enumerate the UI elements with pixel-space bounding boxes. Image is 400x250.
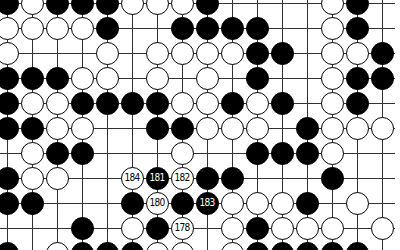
black-stone bbox=[271, 242, 294, 250]
white-stone bbox=[246, 92, 269, 115]
go-diagram: 184181182180183178 bbox=[0, 0, 400, 250]
board-point[interactable] bbox=[145, 66, 170, 91]
board-point[interactable] bbox=[0, 0, 20, 16]
board-point[interactable] bbox=[120, 216, 145, 241]
board-point[interactable] bbox=[145, 141, 170, 166]
board-point[interactable] bbox=[70, 216, 95, 241]
move-number-label: 180 bbox=[149, 198, 164, 208]
black-stone bbox=[71, 242, 94, 250]
white-stone bbox=[196, 92, 219, 115]
board-point[interactable] bbox=[170, 41, 195, 66]
board-point[interactable] bbox=[220, 141, 245, 166]
board-point[interactable] bbox=[95, 216, 120, 241]
board-point[interactable] bbox=[195, 141, 220, 166]
board-point[interactable] bbox=[320, 141, 345, 166]
black-stone bbox=[0, 167, 19, 190]
black-stone bbox=[46, 0, 69, 15]
white-stone bbox=[271, 217, 294, 240]
board-point[interactable] bbox=[320, 191, 345, 216]
board-point[interactable] bbox=[195, 16, 220, 41]
board-point[interactable] bbox=[120, 141, 145, 166]
board-point[interactable] bbox=[370, 216, 395, 241]
black-stone bbox=[146, 92, 169, 115]
board-point[interactable] bbox=[70, 66, 95, 91]
board-point[interactable] bbox=[220, 116, 245, 141]
white-stone: 184 bbox=[121, 167, 144, 190]
board-point[interactable] bbox=[270, 241, 295, 250]
board-point[interactable] bbox=[270, 41, 295, 66]
board-point[interactable] bbox=[245, 16, 270, 41]
board-point[interactable] bbox=[295, 0, 320, 16]
black-stone bbox=[221, 92, 244, 115]
board-point[interactable]: 181 bbox=[145, 166, 170, 191]
board-point[interactable] bbox=[0, 191, 20, 216]
white-stone bbox=[71, 17, 94, 40]
board-point[interactable] bbox=[295, 116, 320, 141]
board-point[interactable] bbox=[120, 91, 145, 116]
board-point[interactable] bbox=[45, 16, 70, 41]
board-point[interactable] bbox=[370, 141, 395, 166]
board-point[interactable] bbox=[320, 91, 345, 116]
white-stone bbox=[71, 117, 94, 140]
white-stone bbox=[221, 42, 244, 65]
board-point[interactable] bbox=[295, 66, 320, 91]
board-point[interactable] bbox=[120, 16, 145, 41]
black-stone bbox=[321, 242, 344, 250]
black-stone bbox=[246, 67, 269, 90]
white-stone bbox=[246, 117, 269, 140]
white-stone bbox=[271, 192, 294, 215]
board-point[interactable] bbox=[45, 241, 70, 250]
board-point[interactable] bbox=[145, 91, 170, 116]
black-stone bbox=[246, 17, 269, 40]
white-stone bbox=[171, 142, 194, 165]
black-stone bbox=[346, 0, 369, 15]
board-point[interactable] bbox=[20, 66, 45, 91]
board-point[interactable]: 183 bbox=[195, 191, 220, 216]
board-point[interactable] bbox=[370, 91, 395, 116]
board-point[interactable] bbox=[270, 0, 295, 16]
board-point[interactable] bbox=[0, 216, 20, 241]
board-point[interactable] bbox=[195, 216, 220, 241]
move-number-label: 181 bbox=[149, 173, 164, 183]
board-point[interactable] bbox=[345, 16, 370, 41]
board-point[interactable] bbox=[95, 0, 120, 16]
board-point[interactable] bbox=[145, 116, 170, 141]
board-point[interactable] bbox=[370, 41, 395, 66]
board-point[interactable] bbox=[20, 116, 45, 141]
white-stone: 178 bbox=[171, 217, 194, 240]
board-point[interactable] bbox=[320, 41, 345, 66]
black-stone bbox=[46, 67, 69, 90]
board-point[interactable] bbox=[320, 66, 345, 91]
black-stone bbox=[246, 142, 269, 165]
board-point[interactable] bbox=[70, 241, 95, 250]
board-point[interactable] bbox=[345, 241, 370, 250]
black-stone bbox=[71, 92, 94, 115]
board-point[interactable] bbox=[270, 141, 295, 166]
black-stone bbox=[296, 142, 319, 165]
black-stone bbox=[121, 242, 144, 250]
black-stone bbox=[121, 92, 144, 115]
board-point[interactable] bbox=[220, 191, 245, 216]
board-point[interactable] bbox=[245, 116, 270, 141]
board-point[interactable] bbox=[195, 91, 220, 116]
board-point[interactable] bbox=[70, 91, 95, 116]
board-point[interactable] bbox=[345, 41, 370, 66]
board-point[interactable] bbox=[20, 41, 45, 66]
black-stone bbox=[271, 42, 294, 65]
white-stone bbox=[321, 117, 344, 140]
white-stone bbox=[371, 217, 394, 240]
white-stone bbox=[346, 117, 369, 140]
board-point[interactable] bbox=[295, 141, 320, 166]
white-stone bbox=[171, 242, 194, 250]
black-stone bbox=[296, 192, 319, 215]
board-point[interactable] bbox=[295, 241, 320, 250]
white-stone bbox=[121, 0, 144, 15]
black-stone bbox=[271, 142, 294, 165]
board-point[interactable] bbox=[270, 16, 295, 41]
white-stone bbox=[171, 92, 194, 115]
white-stone bbox=[21, 167, 44, 190]
board-point[interactable]: 178 bbox=[170, 216, 195, 241]
go-board: 184181182180183178 bbox=[0, 0, 395, 250]
board-point[interactable] bbox=[195, 0, 220, 16]
board-point[interactable] bbox=[245, 141, 270, 166]
board-point[interactable] bbox=[20, 91, 45, 116]
black-stone bbox=[196, 167, 219, 190]
board-point[interactable] bbox=[195, 241, 220, 250]
board-point[interactable] bbox=[170, 16, 195, 41]
board-point[interactable]: 182 bbox=[170, 166, 195, 191]
black-stone bbox=[246, 217, 269, 240]
board-point[interactable] bbox=[320, 166, 345, 191]
white-stone: 180 bbox=[146, 192, 169, 215]
move-number-label: 184 bbox=[124, 173, 139, 183]
white-stone: 182 bbox=[171, 167, 194, 190]
board-point[interactable] bbox=[45, 166, 70, 191]
board-point[interactable] bbox=[20, 0, 45, 16]
board-point[interactable] bbox=[70, 0, 95, 16]
black-stone bbox=[21, 192, 44, 215]
board-point[interactable] bbox=[20, 141, 45, 166]
black-stone bbox=[0, 0, 19, 15]
board-point[interactable] bbox=[20, 16, 45, 41]
board-point[interactable] bbox=[170, 141, 195, 166]
black-stone bbox=[0, 92, 19, 115]
board-point[interactable] bbox=[370, 116, 395, 141]
black-stone bbox=[196, 0, 219, 15]
white-stone bbox=[146, 242, 169, 250]
move-number-label: 183 bbox=[199, 198, 214, 208]
board-point[interactable] bbox=[120, 41, 145, 66]
board-point[interactable] bbox=[0, 66, 20, 91]
white-stone bbox=[146, 67, 169, 90]
black-stone bbox=[0, 117, 19, 140]
black-stone bbox=[171, 192, 194, 215]
board-point[interactable] bbox=[195, 166, 220, 191]
board-point[interactable] bbox=[95, 191, 120, 216]
board-point[interactable] bbox=[295, 191, 320, 216]
white-stone bbox=[21, 0, 44, 15]
black-stone bbox=[246, 242, 269, 250]
board-point[interactable] bbox=[295, 216, 320, 241]
board-point[interactable] bbox=[270, 91, 295, 116]
board-point[interactable] bbox=[20, 216, 45, 241]
board-point[interactable] bbox=[270, 116, 295, 141]
board-point[interactable] bbox=[220, 66, 245, 91]
board-point[interactable] bbox=[0, 241, 20, 250]
board-point[interactable] bbox=[0, 91, 20, 116]
board-point[interactable] bbox=[345, 191, 370, 216]
board-point[interactable] bbox=[70, 116, 95, 141]
black-stone bbox=[371, 42, 394, 65]
board-point[interactable] bbox=[95, 141, 120, 166]
board-point[interactable] bbox=[170, 191, 195, 216]
board-point[interactable] bbox=[245, 0, 270, 16]
black-stone bbox=[346, 242, 369, 250]
board-point[interactable] bbox=[220, 241, 245, 250]
board-point[interactable] bbox=[120, 116, 145, 141]
board-point[interactable] bbox=[345, 116, 370, 141]
board-point[interactable] bbox=[45, 191, 70, 216]
black-stone bbox=[96, 17, 119, 40]
board-point[interactable]: 180 bbox=[145, 191, 170, 216]
black-stone bbox=[71, 142, 94, 165]
white-stone bbox=[346, 42, 369, 65]
black-stone bbox=[71, 0, 94, 15]
move-number-label: 178 bbox=[174, 223, 189, 233]
board-point[interactable] bbox=[245, 216, 270, 241]
board-point[interactable] bbox=[0, 16, 20, 41]
white-stone bbox=[146, 42, 169, 65]
board-point[interactable] bbox=[320, 116, 345, 141]
board-point[interactable] bbox=[95, 41, 120, 66]
board-point[interactable] bbox=[45, 116, 70, 141]
white-stone bbox=[96, 67, 119, 90]
board-point[interactable] bbox=[345, 141, 370, 166]
board-point[interactable] bbox=[145, 41, 170, 66]
board-point[interactable] bbox=[270, 191, 295, 216]
white-stone bbox=[321, 42, 344, 65]
board-point[interactable] bbox=[220, 41, 245, 66]
black-stone bbox=[321, 167, 344, 190]
board-point[interactable] bbox=[245, 191, 270, 216]
board-point[interactable] bbox=[220, 16, 245, 41]
board-point[interactable]: 184 bbox=[120, 166, 145, 191]
black-stone bbox=[96, 0, 119, 15]
board-point[interactable] bbox=[145, 216, 170, 241]
white-stone bbox=[146, 0, 169, 15]
board-point[interactable] bbox=[295, 16, 320, 41]
white-stone bbox=[46, 17, 69, 40]
black-stone bbox=[171, 17, 194, 40]
board-point[interactable] bbox=[170, 116, 195, 141]
black-stone bbox=[46, 142, 69, 165]
board-point[interactable] bbox=[45, 91, 70, 116]
white-stone bbox=[371, 117, 394, 140]
board-point[interactable] bbox=[95, 16, 120, 41]
black-stone bbox=[346, 17, 369, 40]
board-point[interactable] bbox=[95, 241, 120, 250]
board-point[interactable] bbox=[20, 166, 45, 191]
black-stone bbox=[0, 67, 19, 90]
board-point[interactable] bbox=[145, 0, 170, 16]
black-stone bbox=[96, 242, 119, 250]
board-point[interactable] bbox=[45, 41, 70, 66]
black-stone bbox=[346, 67, 369, 90]
black-stone bbox=[296, 117, 319, 140]
board-point[interactable] bbox=[345, 0, 370, 16]
black-stone bbox=[21, 67, 44, 90]
black-stone bbox=[146, 217, 169, 240]
board-point[interactable] bbox=[220, 0, 245, 16]
board-point[interactable] bbox=[320, 0, 345, 16]
black-stone bbox=[371, 67, 394, 90]
white-stone bbox=[96, 42, 119, 65]
board-point[interactable] bbox=[120, 0, 145, 16]
board-point[interactable] bbox=[270, 66, 295, 91]
white-stone bbox=[321, 217, 344, 240]
white-stone bbox=[321, 92, 344, 115]
board-point[interactable] bbox=[370, 66, 395, 91]
board-point[interactable] bbox=[245, 91, 270, 116]
board-point[interactable] bbox=[70, 41, 95, 66]
white-stone bbox=[171, 0, 194, 15]
board-point[interactable] bbox=[0, 41, 20, 66]
board-point[interactable] bbox=[70, 166, 95, 191]
board-point[interactable] bbox=[70, 191, 95, 216]
board-point[interactable] bbox=[45, 216, 70, 241]
black-stone bbox=[0, 242, 19, 250]
white-stone bbox=[321, 142, 344, 165]
white-stone bbox=[21, 142, 44, 165]
move-number-label: 182 bbox=[174, 173, 189, 183]
black-stone bbox=[0, 192, 19, 215]
board-point[interactable] bbox=[70, 141, 95, 166]
white-stone bbox=[221, 117, 244, 140]
white-stone bbox=[246, 192, 269, 215]
white-stone bbox=[46, 92, 69, 115]
board-point[interactable] bbox=[320, 16, 345, 41]
board-point[interactable] bbox=[220, 216, 245, 241]
board-point[interactable] bbox=[370, 241, 395, 250]
white-stone bbox=[0, 42, 19, 65]
board-point[interactable] bbox=[45, 66, 70, 91]
board-point[interactable] bbox=[195, 66, 220, 91]
white-stone bbox=[296, 217, 319, 240]
board-point[interactable] bbox=[120, 241, 145, 250]
white-stone bbox=[46, 167, 69, 190]
black-stone bbox=[171, 117, 194, 140]
white-stone bbox=[171, 42, 194, 65]
board-point[interactable] bbox=[320, 216, 345, 241]
board-point[interactable] bbox=[45, 141, 70, 166]
board-point[interactable] bbox=[20, 191, 45, 216]
board-point[interactable] bbox=[320, 241, 345, 250]
board-point[interactable] bbox=[245, 41, 270, 66]
board-point[interactable] bbox=[95, 166, 120, 191]
white-stone bbox=[346, 192, 369, 215]
board-point[interactable] bbox=[345, 66, 370, 91]
board-point[interactable] bbox=[45, 0, 70, 16]
white-stone bbox=[0, 17, 19, 40]
board-point[interactable] bbox=[220, 166, 245, 191]
black-stone bbox=[196, 17, 219, 40]
board-point[interactable] bbox=[170, 0, 195, 16]
board-point[interactable] bbox=[0, 141, 20, 166]
board-point[interactable] bbox=[120, 66, 145, 91]
black-stone bbox=[271, 92, 294, 115]
white-stone bbox=[321, 0, 344, 15]
board-point[interactable] bbox=[270, 166, 295, 191]
black-stone: 183 bbox=[196, 192, 219, 215]
board-point[interactable] bbox=[170, 91, 195, 116]
board-point[interactable] bbox=[70, 16, 95, 41]
white-stone bbox=[321, 17, 344, 40]
white-stone bbox=[321, 67, 344, 90]
board-point[interactable] bbox=[295, 166, 320, 191]
board-point[interactable] bbox=[0, 166, 20, 191]
board-point[interactable] bbox=[120, 191, 145, 216]
board-point[interactable] bbox=[295, 41, 320, 66]
white-stone bbox=[21, 92, 44, 115]
white-stone bbox=[196, 67, 219, 90]
board-point[interactable] bbox=[0, 116, 20, 141]
white-stone bbox=[21, 17, 44, 40]
board-point[interactable] bbox=[370, 166, 395, 191]
board-point[interactable] bbox=[170, 241, 195, 250]
white-stone bbox=[221, 242, 244, 250]
board-point[interactable] bbox=[195, 41, 220, 66]
black-stone bbox=[296, 242, 319, 250]
white-stone bbox=[196, 117, 219, 140]
board-point[interactable] bbox=[95, 116, 120, 141]
board-point[interactable] bbox=[345, 216, 370, 241]
board-point[interactable] bbox=[195, 116, 220, 141]
board-point[interactable] bbox=[295, 91, 320, 116]
board-point[interactable] bbox=[20, 241, 45, 250]
board-point[interactable] bbox=[245, 166, 270, 191]
board-point[interactable] bbox=[370, 16, 395, 41]
board-point[interactable] bbox=[220, 91, 245, 116]
board-point[interactable] bbox=[345, 91, 370, 116]
board-point[interactable] bbox=[170, 66, 195, 91]
white-stone bbox=[121, 217, 144, 240]
board-point[interactable] bbox=[145, 16, 170, 41]
board-point[interactable] bbox=[345, 166, 370, 191]
black-stone bbox=[71, 217, 94, 240]
white-stone bbox=[46, 117, 69, 140]
black-stone: 181 bbox=[146, 167, 169, 190]
black-stone bbox=[96, 92, 119, 115]
black-stone bbox=[246, 42, 269, 65]
board-point[interactable] bbox=[245, 241, 270, 250]
board-point[interactable] bbox=[95, 91, 120, 116]
black-stone bbox=[121, 192, 144, 215]
board-point[interactable] bbox=[245, 66, 270, 91]
board-point[interactable] bbox=[370, 0, 395, 16]
black-stone bbox=[221, 167, 244, 190]
board-point[interactable] bbox=[95, 66, 120, 91]
black-stone bbox=[346, 92, 369, 115]
board-point[interactable] bbox=[270, 216, 295, 241]
white-stone bbox=[196, 42, 219, 65]
white-stone bbox=[46, 242, 69, 250]
board-point[interactable] bbox=[370, 191, 395, 216]
board-point[interactable] bbox=[145, 241, 170, 250]
